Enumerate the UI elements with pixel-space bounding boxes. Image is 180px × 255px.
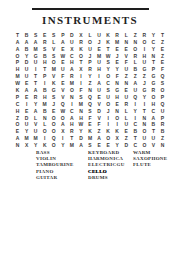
grid-cell: A xyxy=(22,39,31,46)
grid-cell: A xyxy=(22,87,31,94)
grid-cell: T xyxy=(13,32,22,39)
grid-cell: R xyxy=(76,39,85,46)
grid-cell: F xyxy=(76,87,85,94)
title-rule xyxy=(32,8,149,10)
grid-cell: O xyxy=(149,94,158,101)
grid-cell: O xyxy=(140,39,149,46)
grid-cell: I xyxy=(22,101,31,108)
grid-cell: S xyxy=(49,32,58,39)
grid-cell: U xyxy=(122,94,131,101)
grid-cell: A xyxy=(31,87,40,94)
grid-cell: N xyxy=(85,87,94,94)
grid-cell: N xyxy=(76,108,85,115)
grid-cell: R xyxy=(149,87,158,94)
word-list-column: WARMSAXOPHONEFLUTE xyxy=(133,150,177,181)
grid-cell: M xyxy=(31,46,40,53)
grid-cell: U xyxy=(95,87,104,94)
word-list-column: BASSVIOLINTAMBOURINEPIANOGUITAR xyxy=(36,150,88,181)
grid-cell: N xyxy=(13,142,22,149)
grid-cell: N xyxy=(122,39,131,46)
grid-cell: E xyxy=(158,46,167,53)
grid-cell: Q xyxy=(158,101,167,108)
grid-cell: C xyxy=(149,39,158,46)
grid-cell: B xyxy=(22,46,31,53)
grid-cell: O xyxy=(85,39,94,46)
grid-cell: N xyxy=(158,142,167,149)
grid-cell: U xyxy=(85,46,94,53)
grid-cell: P xyxy=(13,94,22,101)
word-list: BASSVIOLINTAMBOURINEPIANOGUITARKEYBOARDH… xyxy=(36,150,177,181)
grid-cell: H xyxy=(149,101,158,108)
grid-cell: M xyxy=(40,101,49,108)
grid-cell: Q xyxy=(85,101,94,108)
grid-cell: E xyxy=(113,46,122,53)
grid-cell: Z xyxy=(158,39,167,46)
grid-cell: K xyxy=(40,142,49,149)
grid-cell: V xyxy=(149,142,158,149)
page-title: INSTRUMENTS xyxy=(0,14,180,26)
grid-cell: Y xyxy=(58,142,67,149)
grid-cell: A xyxy=(58,39,67,46)
grid-cell: A xyxy=(31,39,40,46)
grid-cell: E xyxy=(122,87,131,94)
grid-cell: Y xyxy=(31,142,40,149)
grid-cell: D xyxy=(67,32,76,39)
grid-cell: A xyxy=(31,108,40,115)
grid-cell: J xyxy=(95,39,104,46)
grid-cell: R xyxy=(140,32,149,39)
grid-cell: R xyxy=(31,94,40,101)
grid-cell: A xyxy=(13,46,22,53)
grid-cell: C xyxy=(67,108,76,115)
grid-cell: S xyxy=(104,87,113,94)
word-list-item: FLUTE xyxy=(133,162,177,168)
grid-cell: K xyxy=(76,46,85,53)
grid-cell: N xyxy=(67,94,76,101)
worksheet-page: INSTRUMENTS TBSESPDXLUKRLZRYTAAARLAUROJK… xyxy=(0,0,180,255)
grid-cell: O xyxy=(49,142,58,149)
grid-cell: I xyxy=(140,46,149,53)
grid-cell: W xyxy=(58,108,67,115)
grid-cell: O xyxy=(140,142,149,149)
grid-cell: S xyxy=(31,32,40,39)
grid-cell: E xyxy=(95,142,104,149)
grid-cell: Y xyxy=(31,101,40,108)
grid-cell: G xyxy=(140,87,149,94)
grid-cell: E xyxy=(58,46,67,53)
grid-cell: E xyxy=(40,32,49,39)
grid-cell: X xyxy=(22,142,31,149)
grid-cell: O xyxy=(131,46,140,53)
grid-cell: J xyxy=(49,101,58,108)
grid-cell: S xyxy=(76,94,85,101)
grid-cell: R xyxy=(113,32,122,39)
grid-cell: E xyxy=(122,46,131,53)
grid-cell: C xyxy=(13,101,22,108)
grid-cell: E xyxy=(22,108,31,115)
grid-cell: B xyxy=(22,32,31,39)
grid-cell: N xyxy=(131,39,140,46)
grid-cell: M xyxy=(67,142,76,149)
grid-cell: V xyxy=(49,46,58,53)
grid-cell: E xyxy=(95,46,104,53)
grid-cell: Y xyxy=(131,108,140,115)
grid-cell: B xyxy=(40,108,49,115)
grid-cell: K xyxy=(104,39,113,46)
grid-cell: G xyxy=(113,87,122,94)
grid-cell: I xyxy=(67,101,76,108)
grid-cell: E xyxy=(104,142,113,149)
grid-cell: O xyxy=(104,101,113,108)
grid-cell: D xyxy=(122,142,131,149)
grid-cell: H xyxy=(40,94,49,101)
grid-cell: V xyxy=(58,94,67,101)
grid-cell: K xyxy=(104,32,113,39)
grid-cell: I xyxy=(131,101,140,108)
grid-cell: P xyxy=(58,32,67,39)
grid-cell: E xyxy=(113,101,122,108)
grid-cell: D xyxy=(95,108,104,115)
grid-cell: Y xyxy=(149,46,158,53)
word-search-grid: TBSESPDXLUKRLZRYTAAARLAUROJKMNNOCZABMSVE… xyxy=(13,32,167,149)
grid-cell: M xyxy=(76,101,85,108)
grid-cell: C xyxy=(131,142,140,149)
grid-cell: I xyxy=(140,101,149,108)
grid-cell: T xyxy=(104,46,113,53)
grid-cell: S xyxy=(40,46,49,53)
grid-cell: V xyxy=(95,101,104,108)
grid-cell: E xyxy=(22,94,31,101)
word-list-column: KEYBOARDHARMONICAELECTRICGUCELLODRUMS xyxy=(88,150,133,181)
grid-cell: Q xyxy=(58,101,67,108)
grid-cell: Q xyxy=(85,94,94,101)
grid-cell: V xyxy=(58,87,67,94)
grid-cell: X xyxy=(67,46,76,53)
grid-cell: J xyxy=(104,108,113,115)
grid-cell: Y xyxy=(140,94,149,101)
grid-cell: C xyxy=(149,108,158,115)
grid-cell: B xyxy=(40,87,49,94)
grid-cell: U xyxy=(104,94,113,101)
grid-cell: K xyxy=(13,87,22,94)
grid-cell: A xyxy=(76,142,85,149)
grid-cell: H xyxy=(113,94,122,101)
grid-cell: E xyxy=(49,108,58,115)
grid-cell: S xyxy=(85,108,94,115)
grid-cell: E xyxy=(95,94,104,101)
grid-cell: O xyxy=(158,87,167,94)
grid-cell: X xyxy=(76,32,85,39)
grid-cell: Z xyxy=(131,32,140,39)
grid-cell: O xyxy=(67,87,76,94)
grid-cell: P xyxy=(158,94,167,101)
grid-cell: L xyxy=(85,32,94,39)
grid-cell: L xyxy=(122,108,131,115)
word-list-item: GUITAR xyxy=(36,175,88,181)
grid-cell: T xyxy=(140,108,149,115)
grid-cell: U xyxy=(95,32,104,39)
grid-cell: T xyxy=(158,32,167,39)
grid-cell: R xyxy=(40,39,49,46)
grid-cell: S xyxy=(85,142,94,149)
grid-cell: N xyxy=(113,108,122,115)
grid-cell: A xyxy=(13,39,22,46)
grid-cell: H xyxy=(13,108,22,115)
grid-cell: M xyxy=(113,39,122,46)
grid-cell: L xyxy=(49,39,58,46)
grid-cell: R xyxy=(122,101,131,108)
grid-cell: U xyxy=(131,87,140,94)
grid-cell: Y xyxy=(149,32,158,39)
grid-cell: S xyxy=(49,94,58,101)
grid-cell: Q xyxy=(131,94,140,101)
grid-cell: G xyxy=(49,87,58,94)
grid-cell: U xyxy=(67,39,76,46)
word-list-item: DRUMS xyxy=(88,175,133,181)
grid-cell: U xyxy=(158,108,167,115)
grid-cell: Y xyxy=(113,142,122,149)
grid-cell: L xyxy=(122,32,131,39)
